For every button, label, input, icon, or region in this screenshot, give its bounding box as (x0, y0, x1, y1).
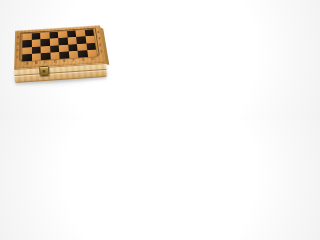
coordinate-label: H (88, 57, 98, 61)
coordinate-label: B (32, 61, 41, 65)
coordinate-label: G (78, 58, 88, 62)
coordinate-label: F (69, 59, 79, 63)
coordinate-label: 1 (15, 54, 19, 61)
product-photo-background: ABCDEFGH 4321 4321 (0, 0, 120, 120)
coordinate-label: D (50, 60, 60, 64)
coordinate-label: E (60, 59, 70, 63)
coordinate-label: C (41, 60, 51, 64)
brass-clasp-icon (39, 66, 50, 77)
folded-chess-box: ABCDEFGH 4321 4321 (11, 17, 107, 83)
lid-seam (15, 69, 107, 76)
rank-labels-left: 4321 (15, 34, 19, 61)
board-top-face: ABCDEFGH 4321 4321 (14, 25, 106, 69)
coordinate-label: A (22, 62, 31, 66)
